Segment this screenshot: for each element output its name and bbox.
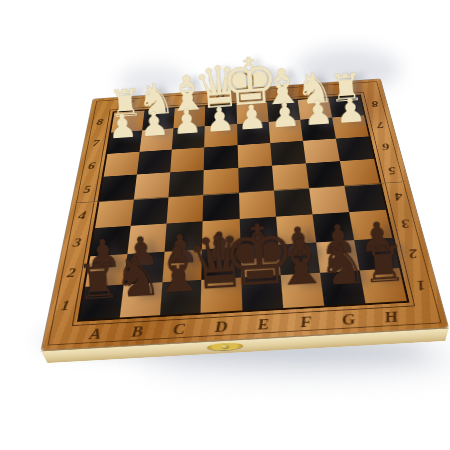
board-square[interactable] bbox=[203, 193, 239, 221]
chess-set-scene: ABCDEFGH ABCDEFGH 87654321 87654321 ♜♞♝♛… bbox=[65, 19, 411, 365]
brass-ring-icon bbox=[237, 72, 255, 89]
board-square[interactable] bbox=[274, 188, 313, 216]
brass-clasp-icon bbox=[207, 342, 244, 351]
board-square[interactable] bbox=[128, 223, 167, 254]
product-photo: ABCDEFGH ABCDEFGH 87654321 87654321 ♜♞♝♛… bbox=[0, 0, 450, 450]
board-square[interactable] bbox=[276, 214, 316, 244]
board-square[interactable] bbox=[165, 221, 203, 252]
board-square[interactable] bbox=[354, 238, 399, 271]
board-square[interactable] bbox=[349, 209, 392, 239]
board-square[interactable] bbox=[278, 242, 320, 275]
board-square[interactable] bbox=[90, 226, 131, 257]
board-square[interactable] bbox=[202, 219, 240, 250]
chess-board: ABCDEFGH ABCDEFGH 87654321 87654321 ♜♞♝♛… bbox=[42, 79, 448, 350]
board-square[interactable] bbox=[312, 212, 354, 242]
board-square[interactable] bbox=[239, 216, 278, 247]
board-square[interactable] bbox=[241, 275, 283, 310]
board-square[interactable] bbox=[309, 186, 349, 214]
board-square[interactable] bbox=[239, 190, 276, 218]
board-square[interactable] bbox=[201, 277, 242, 312]
board-square[interactable] bbox=[240, 245, 280, 278]
